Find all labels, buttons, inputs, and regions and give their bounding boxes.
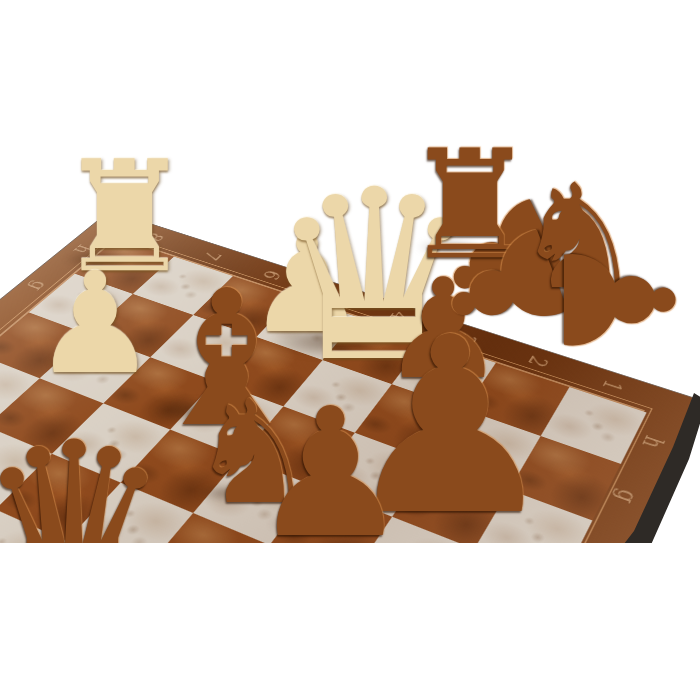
- chess-product-photo: 87654321 87654321 hgfedcba hgfedcba ♜♟♟♛…: [0, 0, 700, 700]
- photo-crop-white: [0, 543, 700, 700]
